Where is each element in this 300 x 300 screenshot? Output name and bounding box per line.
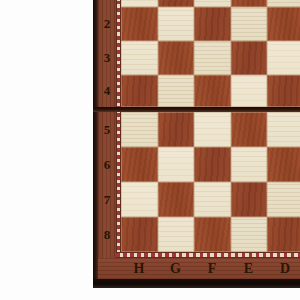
square-g3[interactable] — [158, 41, 195, 75]
square-f2[interactable] — [194, 7, 231, 41]
rank-label-3: 3 — [98, 41, 116, 75]
square-h3[interactable] — [121, 41, 158, 75]
square-e8[interactable] — [231, 217, 268, 252]
file-label-f: F — [194, 258, 231, 279]
square-f3[interactable] — [194, 41, 231, 75]
square-d1[interactable] — [267, 0, 300, 7]
chessboard-photo: 12345678HGFEDCBA — [0, 0, 300, 300]
file-label-d: D — [267, 258, 300, 279]
square-d3[interactable] — [267, 41, 300, 75]
square-d5[interactable] — [267, 112, 300, 147]
square-e2[interactable] — [231, 7, 268, 41]
board-bottom-edge — [93, 279, 300, 288]
square-f8[interactable] — [194, 217, 231, 252]
square-g6[interactable] — [158, 147, 195, 182]
square-h8[interactable] — [121, 217, 158, 252]
square-g4[interactable] — [158, 75, 195, 107]
square-h6[interactable] — [121, 147, 158, 182]
square-d8[interactable] — [267, 217, 300, 252]
square-e7[interactable] — [231, 182, 268, 217]
square-d6[interactable] — [267, 147, 300, 182]
square-e5[interactable] — [231, 112, 268, 147]
rank-label-5: 5 — [98, 112, 116, 147]
rank-label-7: 7 — [98, 182, 116, 217]
fold-seam — [93, 107, 300, 112]
square-e3[interactable] — [231, 41, 268, 75]
square-h2[interactable] — [121, 7, 158, 41]
square-h4[interactable] — [121, 75, 158, 107]
square-d4[interactable] — [267, 75, 300, 107]
square-e6[interactable] — [231, 147, 268, 182]
square-f7[interactable] — [194, 182, 231, 217]
square-h5[interactable] — [121, 112, 158, 147]
square-e4[interactable] — [231, 75, 268, 107]
square-g1[interactable] — [158, 0, 195, 7]
square-f5[interactable] — [194, 112, 231, 147]
square-d7[interactable] — [267, 182, 300, 217]
inlay-border-left — [116, 0, 121, 252]
square-f4[interactable] — [194, 75, 231, 107]
file-label-e: E — [231, 258, 268, 279]
square-g8[interactable] — [158, 217, 195, 252]
rank-label-1: 1 — [98, 0, 116, 7]
rank-label-4: 4 — [98, 75, 116, 107]
square-d2[interactable] — [267, 7, 300, 41]
chessboard: 12345678HGFEDCBA — [93, 0, 300, 289]
square-g2[interactable] — [158, 7, 195, 41]
square-h7[interactable] — [121, 182, 158, 217]
rank-label-8: 8 — [98, 217, 116, 252]
square-g7[interactable] — [158, 182, 195, 217]
file-label-g: G — [158, 258, 195, 279]
square-f1[interactable] — [194, 0, 231, 7]
square-g5[interactable] — [158, 112, 195, 147]
rank-label-6: 6 — [98, 147, 116, 182]
square-h1[interactable] — [121, 0, 158, 7]
file-label-h: H — [121, 258, 158, 279]
square-e1[interactable] — [231, 0, 268, 7]
rank-label-2: 2 — [98, 7, 116, 41]
square-f6[interactable] — [194, 147, 231, 182]
